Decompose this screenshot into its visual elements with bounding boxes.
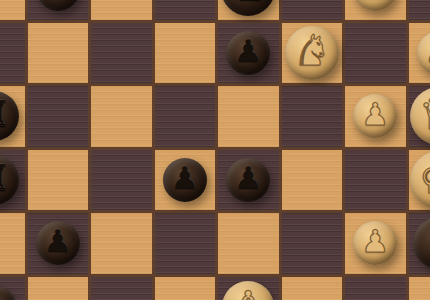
square[interactable]: ♜: [0, 86, 25, 147]
square[interactable]: [282, 277, 343, 300]
black-pawn-icon: ♟: [44, 227, 72, 258]
square[interactable]: ♞: [218, 0, 279, 20]
square[interactable]: [0, 0, 25, 20]
black-bishop-icon: ♝: [421, 222, 430, 261]
black-rook-icon: ♜: [0, 160, 11, 197]
white-pawn-icon: ♟: [425, 36, 430, 67]
square[interactable]: ♜: [0, 150, 25, 211]
square[interactable]: [28, 277, 89, 300]
square[interactable]: [91, 213, 152, 274]
square[interactable]: [91, 277, 152, 300]
white-pawn-icon: ♟: [361, 227, 389, 258]
square[interactable]: ♝: [218, 277, 279, 300]
black-pawn-icon: ♟: [234, 163, 262, 194]
square[interactable]: [409, 277, 430, 300]
square[interactable]: ♟: [218, 23, 279, 84]
square[interactable]: ♞: [282, 23, 343, 84]
square[interactable]: [282, 0, 343, 20]
white-pawn-icon: ♟: [361, 100, 389, 131]
square[interactable]: [345, 23, 406, 84]
square[interactable]: [91, 86, 152, 147]
square[interactable]: [0, 23, 25, 84]
square[interactable]: ♟: [345, 213, 406, 274]
black-pawn-icon: ♟: [44, 0, 72, 4]
square[interactable]: [91, 0, 152, 20]
square[interactable]: ♟: [0, 277, 25, 300]
square[interactable]: [345, 150, 406, 211]
square[interactable]: [345, 277, 406, 300]
square[interactable]: ♟: [409, 23, 430, 84]
square[interactable]: [0, 213, 25, 274]
white-knight-icon: ♞: [293, 30, 331, 72]
square[interactable]: ♝: [409, 213, 430, 274]
white-queen-icon: ♛: [419, 92, 430, 136]
square[interactable]: [218, 86, 279, 147]
square[interactable]: ♟: [28, 0, 89, 20]
square[interactable]: ♛: [409, 86, 430, 147]
square[interactable]: [91, 150, 152, 211]
square[interactable]: [91, 23, 152, 84]
square[interactable]: [155, 86, 216, 147]
chess-app-viewport: ♟♞♟♟♞♟♜♟♛♜♟♟♚♟♟♝♟♝: [0, 0, 430, 300]
square[interactable]: [155, 213, 216, 274]
square[interactable]: [282, 86, 343, 147]
square[interactable]: ♟: [345, 86, 406, 147]
black-pawn-icon: ♟: [0, 290, 8, 300]
square[interactable]: [155, 23, 216, 84]
black-knight-icon: ♞: [229, 0, 267, 9]
square[interactable]: ♟: [28, 213, 89, 274]
square[interactable]: ♟: [218, 150, 279, 211]
square[interactable]: [28, 23, 89, 84]
square[interactable]: [28, 150, 89, 211]
square[interactable]: ♚: [409, 150, 430, 211]
square[interactable]: [282, 213, 343, 274]
square[interactable]: [28, 86, 89, 147]
black-pawn-icon: ♟: [171, 163, 199, 194]
white-pawn-icon: ♟: [361, 0, 389, 4]
white-bishop-icon: ♝: [231, 286, 266, 300]
black-pawn-icon: ♟: [234, 36, 262, 67]
square[interactable]: [282, 150, 343, 211]
white-king-icon: ♚: [419, 156, 430, 200]
square[interactable]: [409, 0, 430, 20]
square[interactable]: [155, 0, 216, 20]
black-rook-icon: ♜: [0, 96, 11, 133]
square[interactable]: [155, 277, 216, 300]
square[interactable]: ♟: [155, 150, 216, 211]
square[interactable]: [218, 213, 279, 274]
square[interactable]: ♟: [345, 0, 406, 20]
chess-board: ♟♞♟♟♞♟♜♟♛♜♟♟♚♟♟♝♟♝: [0, 0, 430, 300]
